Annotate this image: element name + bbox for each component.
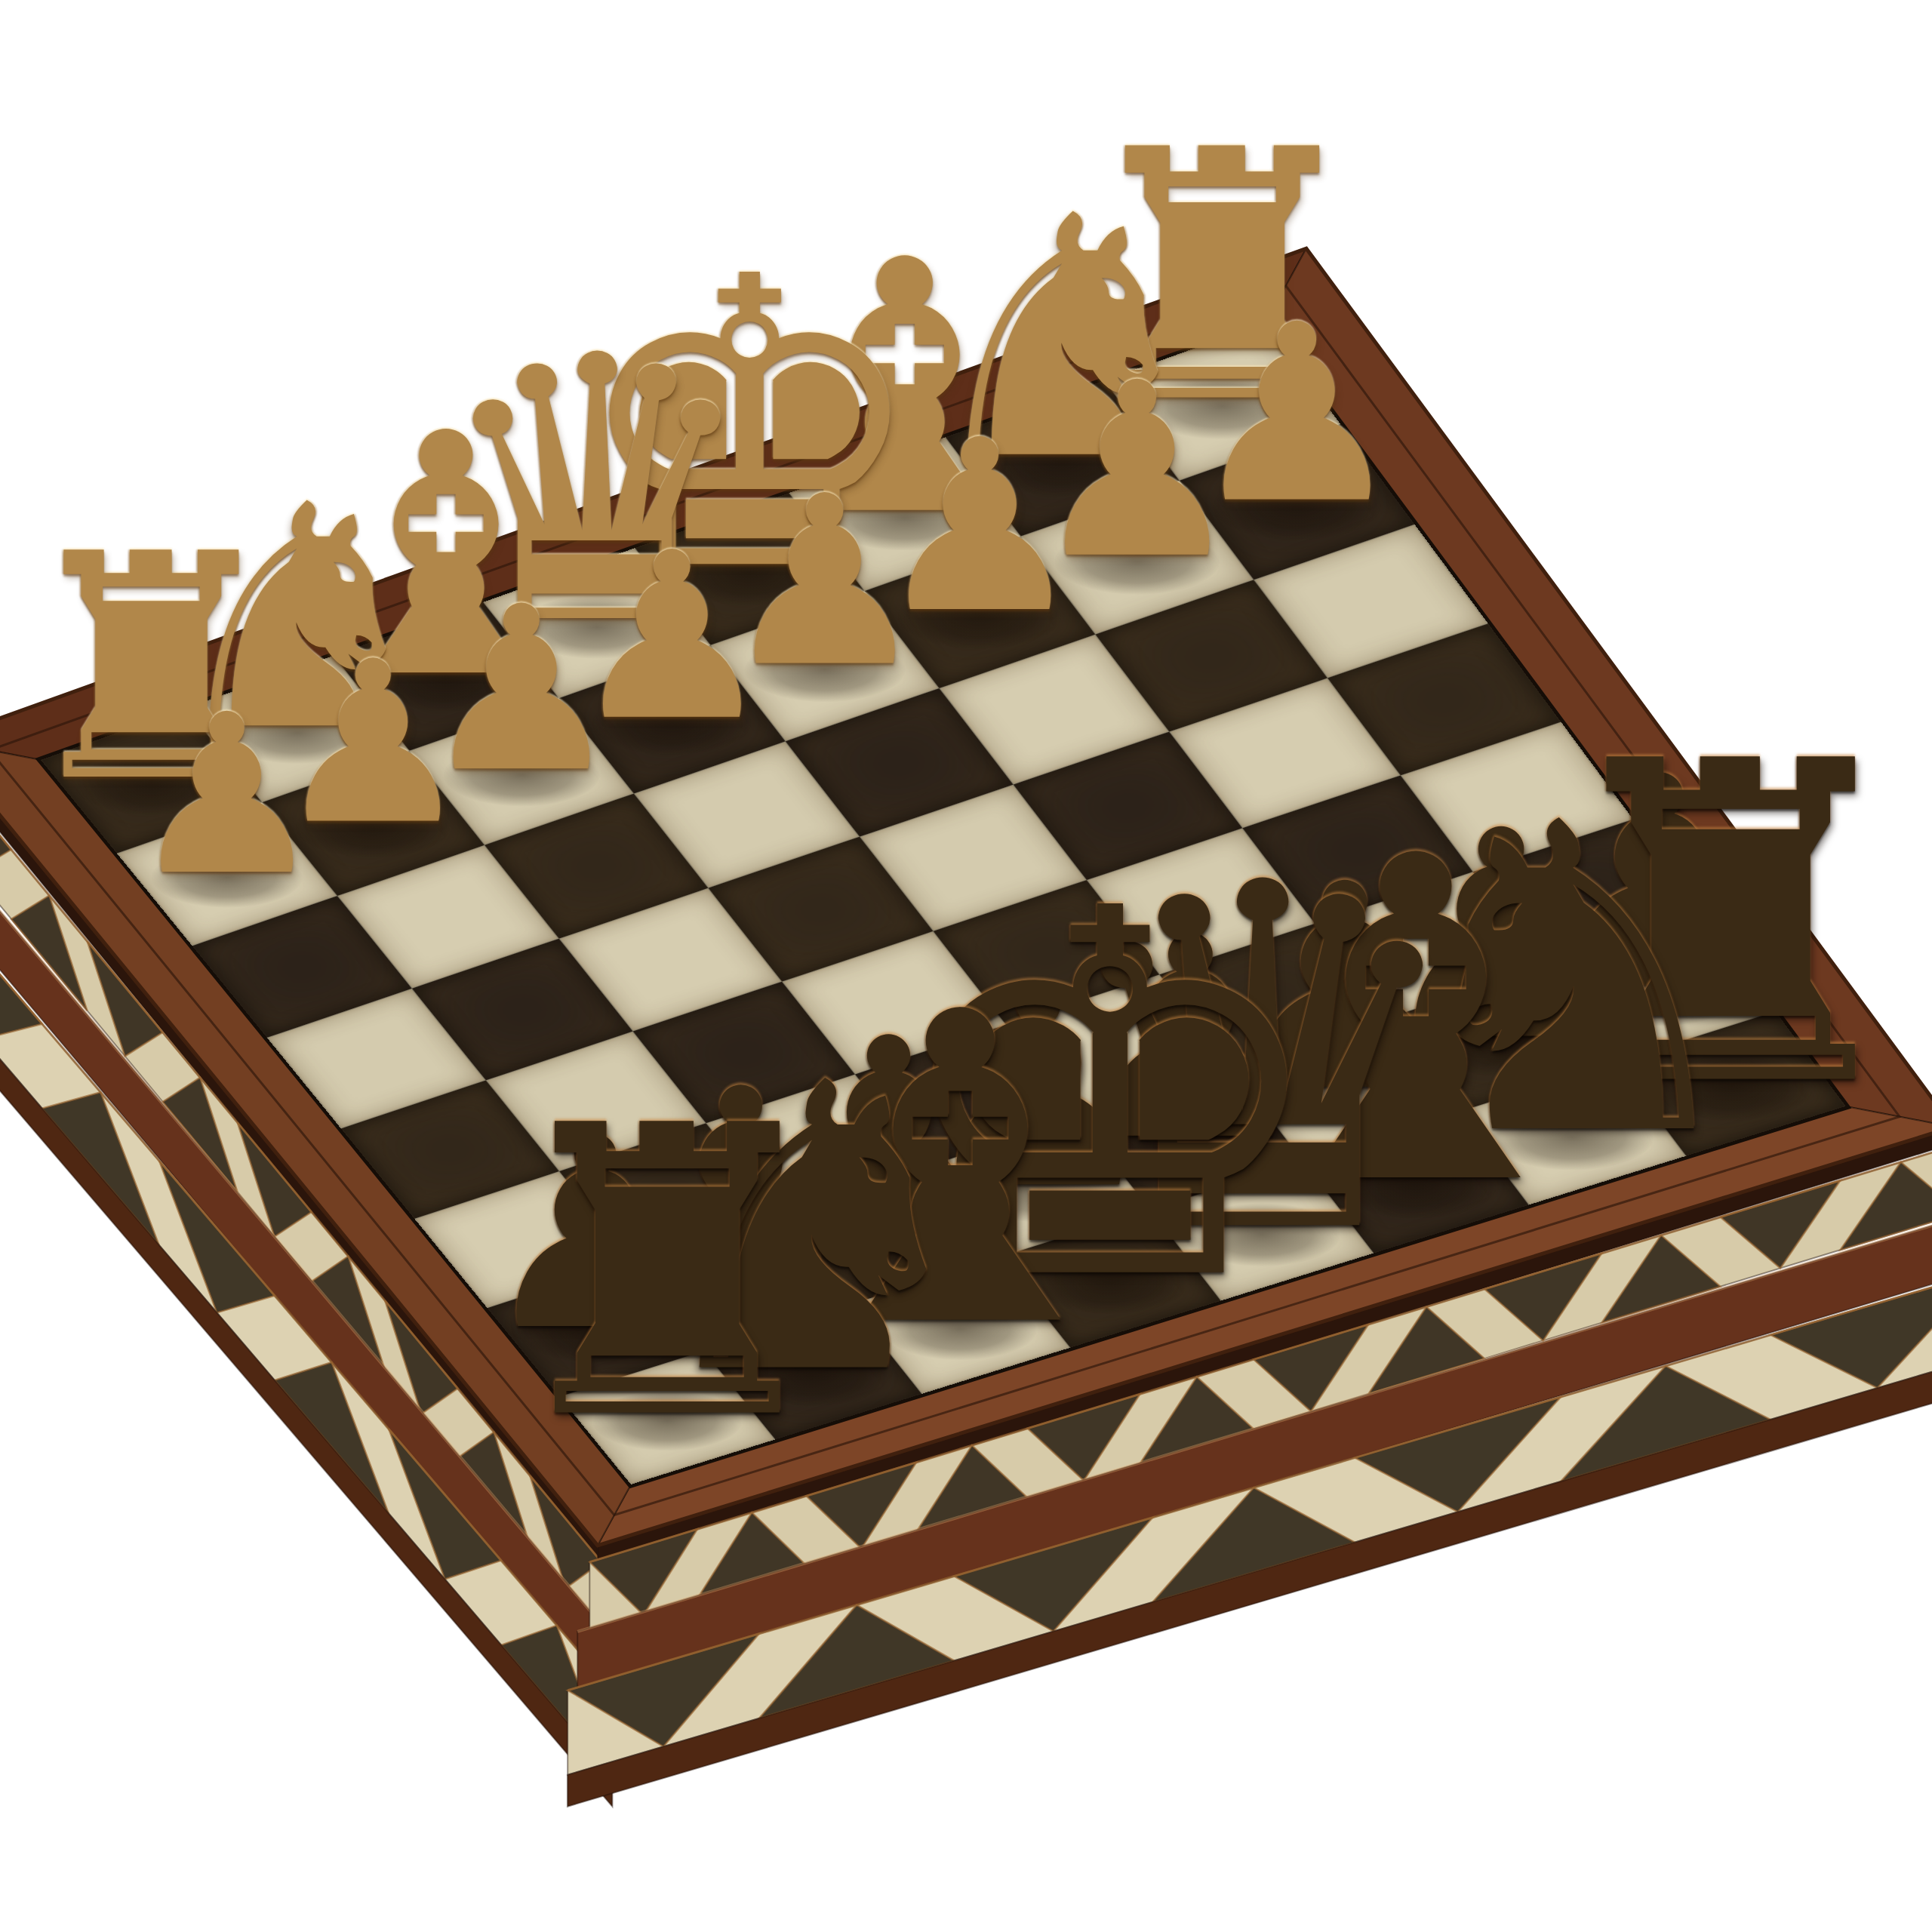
product-photo-scene: ♜♞♟♝♟♚♟♛♟♝♟♞♟♜♟♟♟♟♜♟♞♟♝♟♛♟♚♟♝♟♞♜ bbox=[0, 0, 1932, 1932]
white-pawn-a2[interactable]: ♟ bbox=[128, 685, 326, 906]
black-rook-a8[interactable]: ♜ bbox=[488, 1075, 846, 1474]
